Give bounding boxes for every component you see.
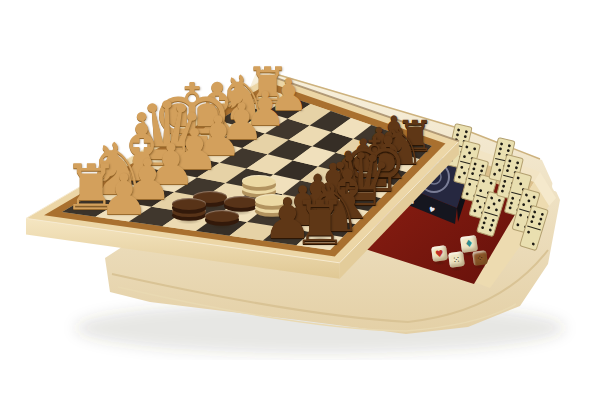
- black-rook-a8[interactable]: ♜: [290, 193, 351, 254]
- die-face-mark: ⁙: [452, 254, 461, 264]
- games-box-photo: ♠♥ ♜♞♝♛♚♝♞♜♟♟♟♟♟♟♟♟♟♟♟♟♟♟♟♟♜♞♝♛♚♝♞♜♥⁙♦⁘: [0, 0, 600, 400]
- dark-checker[interactable]: [205, 210, 239, 222]
- light-checker[interactable]: [242, 175, 276, 187]
- poker-die-pips[interactable]: ⁙: [448, 251, 465, 268]
- dark-checker[interactable]: [224, 196, 258, 208]
- white-pawn-a2[interactable]: ♟: [96, 167, 152, 223]
- poker-die-teal[interactable]: ♦: [460, 235, 478, 253]
- dark-checker[interactable]: [172, 198, 206, 210]
- pieces-layer: ♜♞♝♛♚♝♞♜♟♟♟♟♟♟♟♟♟♟♟♟♟♟♟♟♜♞♝♛♚♝♞♜♥⁙♦⁘: [0, 0, 600, 400]
- die-face-mark: ♥: [435, 248, 445, 258]
- die-face-mark: ♦: [464, 238, 474, 249]
- poker-die-red[interactable]: ♥: [431, 245, 448, 262]
- wooden-die[interactable]: ⁘: [472, 250, 488, 266]
- die-face-mark: ⁘: [476, 253, 484, 263]
